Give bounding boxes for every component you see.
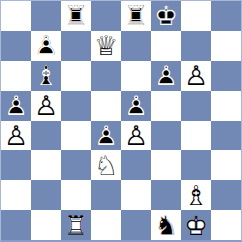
piece-white-bishop[interactable]: ♝♗: [181, 180, 211, 210]
piece-black-rook[interactable]: ♜♖: [121, 1, 151, 31]
square-c5[interactable]: [61, 91, 91, 121]
square-e1[interactable]: [121, 210, 151, 240]
square-e4[interactable]: ♟♙: [121, 121, 151, 151]
square-c6[interactable]: [61, 61, 91, 91]
square-c3[interactable]: [61, 150, 91, 180]
square-a6[interactable]: [1, 61, 31, 91]
piece-glyph-outline: ♖: [61, 210, 91, 240]
piece-white-pawn[interactable]: ♟♙: [31, 91, 61, 121]
piece-glyph-outline: ♙: [91, 121, 121, 151]
square-b6[interactable]: ♝♗: [31, 61, 61, 91]
square-d6[interactable]: [91, 61, 121, 91]
square-h8[interactable]: [211, 1, 241, 31]
square-h6[interactable]: [211, 61, 241, 91]
piece-glyph-outline: ♙: [181, 61, 211, 91]
square-g3[interactable]: [181, 150, 211, 180]
piece-white-pawn[interactable]: ♟♙: [181, 61, 211, 91]
piece-glyph-outline: ♙: [1, 121, 31, 151]
square-h1[interactable]: [211, 210, 241, 240]
piece-black-king[interactable]: ♚♔: [151, 1, 181, 31]
square-d7[interactable]: ♛♕: [91, 31, 121, 61]
square-e7[interactable]: [121, 31, 151, 61]
piece-white-king[interactable]: ♚♔: [181, 210, 211, 240]
piece-white-pawn[interactable]: ♟♙: [1, 121, 31, 151]
piece-white-rook[interactable]: ♜♖: [61, 210, 91, 240]
piece-glyph-outline: ♔: [151, 1, 181, 31]
square-a8[interactable]: [1, 1, 31, 31]
piece-black-pawn[interactable]: ♟♙: [1, 91, 31, 121]
square-a7[interactable]: [1, 31, 31, 61]
square-b8[interactable]: [31, 1, 61, 31]
square-f6[interactable]: ♟♙: [151, 61, 181, 91]
square-g1[interactable]: ♚♔: [181, 210, 211, 240]
square-f8[interactable]: ♚♔: [151, 1, 181, 31]
square-f7[interactable]: [151, 31, 181, 61]
piece-glyph-outline: ♗: [181, 180, 211, 210]
square-b5[interactable]: ♟♙: [31, 91, 61, 121]
piece-glyph-outline: ♘: [91, 150, 121, 180]
square-f2[interactable]: [151, 180, 181, 210]
piece-glyph-outline: ♖: [61, 1, 91, 31]
square-g7[interactable]: [181, 31, 211, 61]
piece-glyph-outline: ♘: [151, 210, 181, 240]
square-f5[interactable]: [151, 91, 181, 121]
piece-glyph-outline: ♔: [181, 210, 211, 240]
piece-black-bishop[interactable]: ♝♗: [31, 61, 61, 91]
square-e6[interactable]: [121, 61, 151, 91]
square-a5[interactable]: ♟♙: [1, 91, 31, 121]
square-g8[interactable]: [181, 1, 211, 31]
piece-black-knight[interactable]: ♞♘: [151, 210, 181, 240]
piece-white-queen[interactable]: ♛♕: [91, 31, 121, 61]
piece-glyph-outline: ♙: [31, 91, 61, 121]
square-f3[interactable]: [151, 150, 181, 180]
square-c2[interactable]: [61, 180, 91, 210]
piece-glyph-outline: ♙: [121, 121, 151, 151]
square-d5[interactable]: [91, 91, 121, 121]
square-g4[interactable]: [181, 121, 211, 151]
square-b2[interactable]: [31, 180, 61, 210]
square-h4[interactable]: [211, 121, 241, 151]
piece-white-knight[interactable]: ♞♘: [91, 150, 121, 180]
square-c8[interactable]: ♜♖: [61, 1, 91, 31]
square-e5[interactable]: ♟♙: [121, 91, 151, 121]
piece-glyph-outline: ♖: [121, 1, 151, 31]
piece-glyph-outline: ♙: [121, 91, 151, 121]
square-g5[interactable]: [181, 91, 211, 121]
square-d8[interactable]: [91, 1, 121, 31]
piece-black-pawn[interactable]: ♟♙: [121, 91, 151, 121]
piece-white-pawn[interactable]: ♟♙: [121, 121, 151, 151]
square-h3[interactable]: [211, 150, 241, 180]
square-f1[interactable]: ♞♘: [151, 210, 181, 240]
square-e2[interactable]: [121, 180, 151, 210]
square-h5[interactable]: [211, 91, 241, 121]
square-a1[interactable]: [1, 210, 31, 240]
piece-glyph-outline: ♙: [31, 31, 61, 61]
square-b1[interactable]: [31, 210, 61, 240]
chess-board: ♜♖♜♖♚♔♟♙♛♕♝♗♟♙♟♙♟♙♟♙♟♙♟♙♟♙♟♙♞♘♝♗♜♖♞♘♚♔: [0, 0, 242, 242]
square-g2[interactable]: ♝♗: [181, 180, 211, 210]
square-d2[interactable]: [91, 180, 121, 210]
square-b4[interactable]: [31, 121, 61, 151]
square-a4[interactable]: ♟♙: [1, 121, 31, 151]
piece-black-pawn[interactable]: ♟♙: [31, 31, 61, 61]
square-c4[interactable]: [61, 121, 91, 151]
square-d3[interactable]: ♞♘: [91, 150, 121, 180]
square-e3[interactable]: [121, 150, 151, 180]
square-d1[interactable]: [91, 210, 121, 240]
square-b7[interactable]: ♟♙: [31, 31, 61, 61]
square-f4[interactable]: [151, 121, 181, 151]
piece-black-pawn[interactable]: ♟♙: [151, 61, 181, 91]
piece-black-pawn[interactable]: ♟♙: [91, 121, 121, 151]
square-a3[interactable]: [1, 150, 31, 180]
square-b3[interactable]: [31, 150, 61, 180]
piece-glyph-outline: ♙: [1, 91, 31, 121]
piece-black-rook[interactable]: ♜♖: [61, 1, 91, 31]
piece-glyph-outline: ♗: [31, 61, 61, 91]
piece-glyph-outline: ♕: [91, 31, 121, 61]
square-c1[interactable]: ♜♖: [61, 210, 91, 240]
square-e8[interactable]: ♜♖: [121, 1, 151, 31]
square-c7[interactable]: [61, 31, 91, 61]
square-h7[interactable]: [211, 31, 241, 61]
square-g6[interactable]: ♟♙: [181, 61, 211, 91]
piece-glyph-outline: ♙: [151, 61, 181, 91]
chess-board-container: ♜♖♜♖♚♔♟♙♛♕♝♗♟♙♟♙♟♙♟♙♟♙♟♙♟♙♟♙♞♘♝♗♜♖♞♘♚♔: [0, 0, 242, 242]
square-d4[interactable]: ♟♙: [91, 121, 121, 151]
square-h2[interactable]: [211, 180, 241, 210]
square-a2[interactable]: [1, 180, 31, 210]
